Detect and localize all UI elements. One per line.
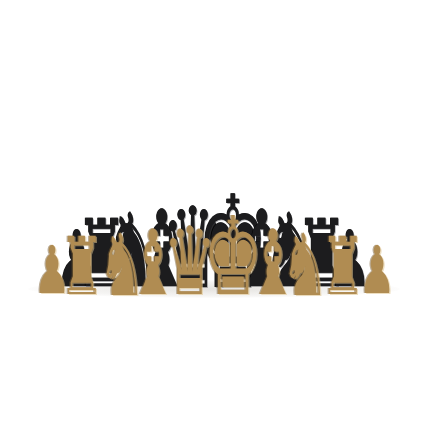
floor-shadow	[28, 280, 400, 298]
black-piece-row: ♟♜♞♝♛♚♝♞♜♟	[0, 0, 430, 430]
gold-piece-row: ♟♜♞♝♛♚♝♞♜♟	[0, 0, 430, 430]
chess-set-photo: ♟♜♞♝♛♚♝♞♜♟ ♟♜♞♝♛♚♝♞♜♟	[0, 0, 430, 430]
